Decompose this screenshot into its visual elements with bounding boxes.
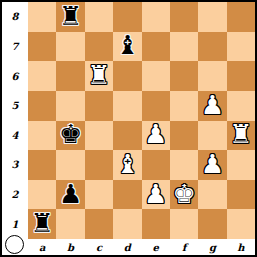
- square-c3[interactable]: [85, 150, 113, 180]
- square-c4[interactable]: [85, 121, 113, 151]
- black-rook: ♜: [31, 210, 54, 236]
- square-d7[interactable]: ♝: [113, 32, 141, 62]
- white-to-move-indicator: [5, 235, 24, 254]
- square-f3[interactable]: [170, 150, 198, 180]
- square-f5[interactable]: [170, 91, 198, 121]
- square-b7[interactable]: [56, 32, 84, 62]
- square-e2[interactable]: ♟: [142, 180, 170, 210]
- square-b5[interactable]: [56, 91, 84, 121]
- square-f8[interactable]: [170, 2, 198, 32]
- rank-labels: 87654321: [2, 2, 28, 239]
- square-d1[interactable]: [113, 209, 141, 239]
- file-label-d: d: [113, 239, 141, 255]
- square-h7[interactable]: [227, 32, 255, 62]
- file-label-h: h: [227, 239, 255, 255]
- white-king: ♚: [172, 181, 195, 207]
- rank-label-5: 5: [2, 91, 28, 121]
- file-label-b: b: [56, 239, 84, 255]
- rank-label-3: 3: [2, 150, 28, 180]
- square-f6[interactable]: [170, 61, 198, 91]
- square-a1[interactable]: ♜: [28, 209, 56, 239]
- square-a8[interactable]: [28, 2, 56, 32]
- black-rook: ♜: [59, 3, 82, 29]
- square-f7[interactable]: [170, 32, 198, 62]
- square-g2[interactable]: [198, 180, 226, 210]
- chess-diagram: 87654321 ♜♝♜♟♚♟♜♝♟♟♟♚♜ abcdefgh: [0, 0, 257, 257]
- square-a7[interactable]: [28, 32, 56, 62]
- square-c5[interactable]: [85, 91, 113, 121]
- square-e6[interactable]: [142, 61, 170, 91]
- square-c7[interactable]: [85, 32, 113, 62]
- square-d2[interactable]: [113, 180, 141, 210]
- file-label-e: e: [142, 239, 170, 255]
- square-c6[interactable]: ♜: [85, 61, 113, 91]
- square-e7[interactable]: [142, 32, 170, 62]
- white-bishop: ♝: [116, 151, 139, 177]
- square-e4[interactable]: ♟: [142, 121, 170, 151]
- square-h2[interactable]: [227, 180, 255, 210]
- square-c1[interactable]: [85, 209, 113, 239]
- square-b6[interactable]: [56, 61, 84, 91]
- file-labels: abcdefgh: [28, 239, 255, 255]
- square-f1[interactable]: [170, 209, 198, 239]
- white-rook: ♜: [87, 62, 110, 88]
- square-a2[interactable]: [28, 180, 56, 210]
- square-d8[interactable]: [113, 2, 141, 32]
- file-label-a: a: [28, 239, 56, 255]
- square-d5[interactable]: [113, 91, 141, 121]
- square-a4[interactable]: [28, 121, 56, 151]
- square-d6[interactable]: [113, 61, 141, 91]
- black-pawn: ♟: [59, 181, 82, 207]
- square-b8[interactable]: ♜: [56, 2, 84, 32]
- square-f2[interactable]: ♚: [170, 180, 198, 210]
- chess-board[interactable]: ♜♝♜♟♚♟♜♝♟♟♟♚♜: [28, 2, 255, 239]
- white-pawn: ♟: [201, 92, 224, 118]
- white-pawn: ♟: [144, 181, 167, 207]
- square-b1[interactable]: [56, 209, 84, 239]
- square-g6[interactable]: [198, 61, 226, 91]
- white-pawn: ♟: [201, 151, 224, 177]
- square-g4[interactable]: [198, 121, 226, 151]
- square-g8[interactable]: [198, 2, 226, 32]
- square-a5[interactable]: [28, 91, 56, 121]
- square-h4[interactable]: ♜: [227, 121, 255, 151]
- file-label-f: f: [170, 239, 198, 255]
- square-d3[interactable]: ♝: [113, 150, 141, 180]
- square-e1[interactable]: [142, 209, 170, 239]
- square-g7[interactable]: [198, 32, 226, 62]
- rank-label-6: 6: [2, 61, 28, 91]
- black-bishop: ♝: [116, 32, 139, 58]
- square-d4[interactable]: [113, 121, 141, 151]
- rank-label-4: 4: [2, 121, 28, 151]
- square-g3[interactable]: ♟: [198, 150, 226, 180]
- square-b3[interactable]: [56, 150, 84, 180]
- square-e3[interactable]: [142, 150, 170, 180]
- square-h6[interactable]: [227, 61, 255, 91]
- square-c2[interactable]: [85, 180, 113, 210]
- file-label-g: g: [198, 239, 226, 255]
- rank-label-7: 7: [2, 32, 28, 62]
- square-e5[interactable]: [142, 91, 170, 121]
- square-g5[interactable]: ♟: [198, 91, 226, 121]
- square-e8[interactable]: [142, 2, 170, 32]
- square-h8[interactable]: [227, 2, 255, 32]
- square-h1[interactable]: [227, 209, 255, 239]
- square-b4[interactable]: ♚: [56, 121, 84, 151]
- white-pawn: ♟: [144, 121, 167, 147]
- file-label-c: c: [85, 239, 113, 255]
- square-a3[interactable]: [28, 150, 56, 180]
- rank-label-2: 2: [2, 180, 28, 210]
- square-b2[interactable]: ♟: [56, 180, 84, 210]
- square-a6[interactable]: [28, 61, 56, 91]
- white-rook: ♜: [229, 121, 252, 147]
- black-king: ♚: [59, 121, 82, 147]
- square-c8[interactable]: [85, 2, 113, 32]
- square-g1[interactable]: [198, 209, 226, 239]
- rank-label-8: 8: [2, 2, 28, 32]
- square-h5[interactable]: [227, 91, 255, 121]
- square-f4[interactable]: [170, 121, 198, 151]
- square-h3[interactable]: [227, 150, 255, 180]
